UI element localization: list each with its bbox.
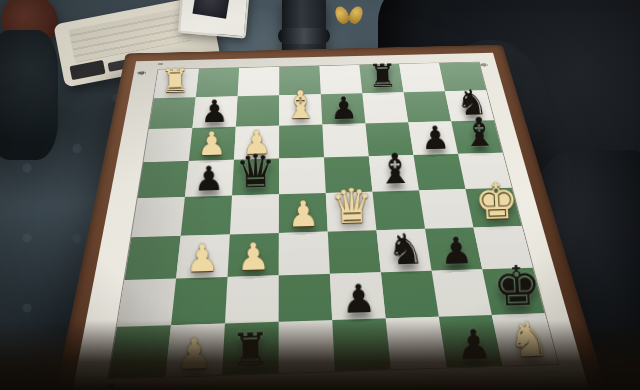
white-pawn-c2: ♟ bbox=[185, 239, 219, 277]
square-g2: ♟ bbox=[192, 96, 237, 128]
black-queen-e3: ♛ bbox=[234, 148, 276, 195]
square-g3 bbox=[236, 95, 279, 127]
white-rook-h1: ♜ bbox=[160, 65, 190, 98]
square-h3 bbox=[238, 67, 280, 96]
white-king-d8: ♚ bbox=[473, 176, 520, 227]
black-knight-c6: ♞ bbox=[386, 227, 425, 271]
photo-scene: 12345678 12345678 hgfedcba hgfedcba ♜♜♟♝… bbox=[0, 0, 640, 390]
square-e3: ♛ bbox=[232, 159, 279, 196]
square-e4 bbox=[279, 157, 326, 194]
square-f7: ♟ bbox=[408, 121, 458, 155]
white-bishop-g4: ♝ bbox=[283, 86, 318, 125]
square-c7: ♟ bbox=[425, 227, 482, 270]
square-c4 bbox=[279, 232, 330, 276]
floor-shadow bbox=[0, 320, 640, 390]
square-d7 bbox=[419, 189, 473, 229]
square-d1 bbox=[131, 197, 185, 237]
square-d8: ♚ bbox=[465, 188, 521, 228]
square-e1 bbox=[138, 161, 189, 198]
square-h1: ♜ bbox=[154, 69, 199, 98]
square-f2: ♟ bbox=[189, 127, 236, 161]
square-d4: ♟ bbox=[279, 193, 328, 233]
square-d5: ♛ bbox=[326, 192, 377, 232]
black-pawn-c7: ♟ bbox=[439, 231, 474, 269]
white-pawn-d4: ♟ bbox=[287, 196, 319, 232]
square-b4 bbox=[279, 274, 333, 322]
black-bishop-f8: ♝ bbox=[460, 113, 498, 153]
square-b6 bbox=[381, 271, 439, 319]
square-g6 bbox=[362, 92, 408, 123]
black-pawn-g5: ♟ bbox=[329, 92, 358, 123]
square-c6: ♞ bbox=[376, 229, 431, 272]
square-h6: ♜ bbox=[359, 64, 403, 93]
square-g4: ♝ bbox=[279, 94, 322, 125]
square-f8: ♝ bbox=[451, 120, 502, 154]
square-h7 bbox=[399, 63, 445, 92]
black-bishop-e6: ♝ bbox=[375, 148, 414, 191]
square-g5: ♟ bbox=[321, 93, 366, 124]
white-pawn-f2: ♟ bbox=[197, 127, 227, 160]
square-b5: ♟ bbox=[330, 272, 386, 320]
square-b8: ♚ bbox=[482, 268, 544, 315]
square-f1 bbox=[144, 128, 193, 162]
square-b2 bbox=[171, 277, 227, 325]
black-rook-h6: ♜ bbox=[367, 60, 397, 93]
black-pawn-b5: ♟ bbox=[340, 278, 376, 318]
white-pawn-c3: ♟ bbox=[236, 237, 270, 275]
square-e2: ♟ bbox=[185, 160, 234, 197]
square-e6: ♝ bbox=[369, 155, 419, 192]
black-pawn-g2: ♟ bbox=[200, 95, 228, 127]
square-e7 bbox=[413, 154, 465, 191]
square-f5 bbox=[322, 123, 368, 157]
square-d3 bbox=[230, 194, 279, 234]
square-d2 bbox=[181, 196, 232, 236]
square-c3: ♟ bbox=[228, 233, 279, 277]
square-c1 bbox=[124, 236, 180, 280]
square-c2: ♟ bbox=[176, 234, 230, 278]
square-b3 bbox=[225, 275, 279, 323]
square-g1 bbox=[149, 97, 196, 129]
black-pawn-f7: ♟ bbox=[420, 121, 450, 154]
square-c5 bbox=[328, 230, 381, 274]
coord-label-a: a bbox=[480, 62, 486, 68]
black-pawn-e2: ♟ bbox=[193, 161, 224, 196]
square-f4 bbox=[279, 125, 324, 159]
black-king-b8: ♚ bbox=[491, 257, 542, 314]
white-queen-d5: ♛ bbox=[329, 182, 373, 231]
